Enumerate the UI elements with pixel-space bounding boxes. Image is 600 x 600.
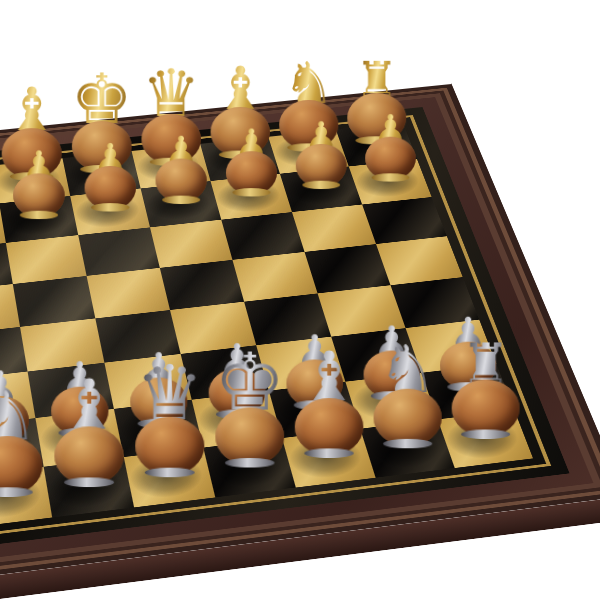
metal-base-ring bbox=[461, 429, 510, 439]
metal-base-ring bbox=[64, 477, 114, 487]
metal-base-ring bbox=[0, 487, 32, 497]
wood-ball-body bbox=[135, 417, 204, 475]
gold-pawn-e7: ♟ bbox=[143, 124, 219, 204]
wood-ball-body bbox=[215, 407, 284, 465]
wood-ball-body bbox=[451, 379, 519, 436]
metal-base-ring bbox=[232, 188, 270, 197]
gold-pawn-h7: ♟ bbox=[352, 103, 427, 182]
metal-base-ring bbox=[304, 448, 353, 458]
gold-pawn-f7: ♟ bbox=[213, 117, 289, 196]
chess-board: ♜♞♝♚♛♝♞♜♟♟♟♟♟♟♟♟♟♟♟♟♟♟♟♟♜♞♝♛♚♝♞♜ bbox=[0, 84, 600, 599]
silver-knight-b1: ♞ bbox=[0, 375, 51, 497]
metal-base-ring bbox=[302, 181, 340, 189]
wood-ball-body bbox=[294, 398, 363, 456]
wood-ball-body bbox=[373, 389, 441, 447]
gold-pawn-g7: ♟ bbox=[283, 110, 358, 189]
metal-base-ring bbox=[371, 173, 409, 181]
gold-pawn-d7: ♟ bbox=[72, 131, 148, 211]
silver-rook-h1: ♜ bbox=[443, 330, 528, 438]
silver-queen-d1: ♛ bbox=[126, 343, 212, 477]
silver-knight-g1: ♞ bbox=[364, 329, 449, 448]
metal-base-ring bbox=[19, 211, 57, 220]
gold-pawn-b7: ♟ bbox=[0, 146, 5, 227]
photo-scene: ♜♞♝♚♛♝♞♜♟♟♟♟♟♟♟♟♟♟♟♟♟♟♟♟♜♞♝♛♚♝♞♜ bbox=[0, 0, 600, 600]
metal-base-ring bbox=[383, 439, 432, 449]
wood-ball-body bbox=[54, 426, 123, 485]
gold-pawn-c7: ♟ bbox=[0, 139, 77, 219]
silver-bishop-f1: ♝ bbox=[286, 334, 372, 458]
chess-set-product-photo: ♜♞♝♚♛♝♞♜♟♟♟♟♟♟♟♟♟♟♟♟♟♟♟♟♜♞♝♛♚♝♞♜ bbox=[0, 0, 600, 600]
metal-base-ring bbox=[224, 458, 273, 468]
metal-base-ring bbox=[91, 203, 129, 212]
metal-base-ring bbox=[144, 467, 194, 477]
metal-base-ring bbox=[162, 195, 200, 204]
silver-bishop-c1: ♝ bbox=[45, 361, 132, 487]
silver-king-e1: ♚ bbox=[206, 323, 292, 467]
